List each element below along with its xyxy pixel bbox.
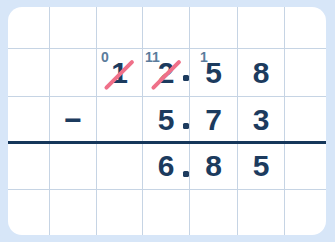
grid-cell-r0c1: [50, 7, 97, 49]
grid-cell-r2c0: [8, 97, 50, 143]
digit-cell-r3c5: 5: [238, 143, 285, 190]
grid-cell-r0c5: [238, 7, 285, 49]
grid-cell-r0c6: [285, 7, 326, 49]
digit-cell-r1c3: 2: [143, 49, 190, 97]
grid-cell-r3c6: [285, 143, 326, 190]
digit-cell-r3c3: 6: [143, 143, 190, 190]
worksheet-screen: 1258−573685 0111: [0, 0, 335, 242]
grid-cell-r3c2: [97, 143, 143, 190]
grid-cell-r4c5: [238, 190, 285, 235]
grid-cell-r3c1: [50, 143, 97, 190]
digit-cell-r1c5: 8: [238, 49, 285, 97]
digit-cell-r1c2: 1: [97, 49, 143, 97]
digit-cell-r2c4: 7: [190, 97, 238, 143]
grid-cell-r4c3: [143, 190, 190, 235]
grid-cell-r4c0: [8, 190, 50, 235]
grid-cell-r2c2: [97, 97, 143, 143]
grid-cell-r0c2: [97, 7, 143, 49]
grid-cell-r0c4: [190, 7, 238, 49]
grid-cell-r1c0: [8, 49, 50, 97]
grid-cell-r1c1: [50, 49, 97, 97]
worksheet-card: 1258−573685 0111: [8, 7, 326, 235]
grid-cell-r4c1: [50, 190, 97, 235]
digit-cell-r3c4: 8: [190, 143, 238, 190]
grid-cell-r1c6: [285, 49, 326, 97]
grid-cell-r4c6: [285, 190, 326, 235]
minus-sign: −: [50, 97, 97, 143]
digit-cell-r1c4: 5: [190, 49, 238, 97]
grid-cell-r3c0: [8, 143, 50, 190]
squared-paper-grid: 1258−573685: [8, 7, 326, 235]
grid-cell-r0c3: [143, 7, 190, 49]
grid-cell-r2c6: [285, 97, 326, 143]
grid-cell-r4c2: [97, 190, 143, 235]
digit-cell-r2c3: 5: [143, 97, 190, 143]
grid-cell-r0c0: [8, 7, 50, 49]
grid-cell-r4c4: [190, 190, 238, 235]
digit-cell-r2c5: 3: [238, 97, 285, 143]
